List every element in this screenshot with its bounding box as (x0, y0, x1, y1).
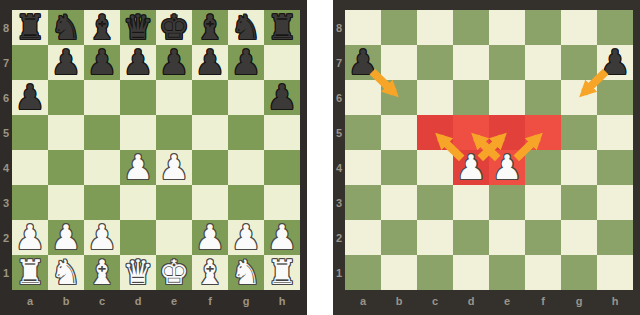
white-bishop[interactable]: ♝ (87, 255, 117, 291)
square-a7[interactable]: ♟ (345, 45, 381, 80)
square-f5[interactable] (525, 115, 561, 150)
square-f8[interactable] (525, 10, 561, 45)
square-a3[interactable] (12, 185, 48, 220)
file-label-f: f (541, 295, 545, 307)
square-e4[interactable]: ♟ (156, 150, 192, 185)
square-h3[interactable] (597, 185, 633, 220)
square-d7[interactable] (453, 45, 489, 80)
square-e3[interactable] (156, 185, 192, 220)
square-b8[interactable] (381, 10, 417, 45)
square-g7[interactable] (561, 45, 597, 80)
white-pawn[interactable]: ♟ (159, 150, 189, 186)
square-h4[interactable] (264, 150, 300, 185)
square-b8[interactable]: ♞ (48, 10, 84, 45)
white-pawn[interactable]: ♟ (51, 220, 81, 256)
square-e5[interactable] (489, 115, 525, 150)
square-a8[interactable]: ♜ (12, 10, 48, 45)
white-rook[interactable]: ♜ (267, 255, 297, 291)
square-b2[interactable]: ♟ (48, 220, 84, 255)
square-f4[interactable] (192, 150, 228, 185)
square-c3[interactable] (84, 185, 120, 220)
square-d7[interactable]: ♟ (120, 45, 156, 80)
square-e6[interactable] (489, 80, 525, 115)
rank-label-2: 2 (3, 232, 9, 244)
square-f4[interactable] (525, 150, 561, 185)
square-b7[interactable]: ♟ (48, 45, 84, 80)
square-c2[interactable]: ♟ (84, 220, 120, 255)
square-b1[interactable] (381, 255, 417, 290)
square-h8[interactable]: ♜ (264, 10, 300, 45)
square-g3[interactable] (228, 185, 264, 220)
black-queen[interactable]: ♛ (123, 10, 153, 46)
square-e1[interactable]: ♚ (156, 255, 192, 290)
rank-label-4: 4 (336, 162, 342, 174)
black-pawn[interactable]: ♟ (87, 45, 117, 81)
black-rook[interactable]: ♜ (267, 10, 297, 46)
white-rook[interactable]: ♜ (15, 255, 45, 291)
square-e8[interactable] (489, 10, 525, 45)
square-e2[interactable] (156, 220, 192, 255)
right-chess-board: ♟♟♟♟ 87654321abcdefgh (333, 0, 640, 315)
square-e6[interactable] (156, 80, 192, 115)
square-f8[interactable]: ♝ (192, 10, 228, 45)
white-queen[interactable]: ♛ (123, 255, 153, 291)
square-f7[interactable] (525, 45, 561, 80)
square-h3[interactable] (264, 185, 300, 220)
file-label-b: b (396, 295, 403, 307)
square-b5[interactable] (381, 115, 417, 150)
square-f6[interactable] (192, 80, 228, 115)
white-pawn[interactable]: ♟ (231, 220, 261, 256)
black-pawn[interactable]: ♟ (15, 80, 45, 116)
file-label-d: d (135, 295, 142, 307)
square-c4[interactable] (84, 150, 120, 185)
rank-label-8: 8 (336, 22, 342, 34)
file-label-g: g (243, 295, 250, 307)
square-a6[interactable]: ♟ (12, 80, 48, 115)
square-e4[interactable]: ♟ (489, 150, 525, 185)
square-h2[interactable] (597, 220, 633, 255)
square-h1[interactable]: ♜ (264, 255, 300, 290)
square-c8[interactable]: ♝ (84, 10, 120, 45)
square-f3[interactable] (525, 185, 561, 220)
square-a5[interactable] (12, 115, 48, 150)
black-bishop[interactable]: ♝ (195, 10, 225, 46)
square-h8[interactable] (597, 10, 633, 45)
file-label-f: f (208, 295, 212, 307)
square-a4[interactable] (12, 150, 48, 185)
square-h6[interactable]: ♟ (264, 80, 300, 115)
square-g3[interactable] (561, 185, 597, 220)
square-d1[interactable]: ♛ (120, 255, 156, 290)
square-f7[interactable]: ♟ (192, 45, 228, 80)
file-label-a: a (360, 295, 366, 307)
square-e8[interactable]: ♚ (156, 10, 192, 45)
rank-label-4: 4 (3, 162, 9, 174)
square-g6[interactable] (561, 80, 597, 115)
file-label-a: a (27, 295, 33, 307)
black-king[interactable]: ♚ (159, 10, 189, 46)
square-f1[interactable] (525, 255, 561, 290)
square-d4[interactable]: ♟ (453, 150, 489, 185)
square-g6[interactable] (228, 80, 264, 115)
square-g7[interactable]: ♟ (228, 45, 264, 80)
square-d8[interactable]: ♛ (120, 10, 156, 45)
square-c6[interactable] (417, 80, 453, 115)
file-label-d: d (468, 295, 475, 307)
square-e1[interactable] (489, 255, 525, 290)
white-pawn[interactable]: ♟ (195, 220, 225, 256)
rank-label-5: 5 (336, 127, 342, 139)
rank-label-3: 3 (336, 197, 342, 209)
square-d6[interactable] (453, 80, 489, 115)
rank-label-5: 5 (3, 127, 9, 139)
square-d1[interactable] (453, 255, 489, 290)
white-pawn[interactable]: ♟ (456, 150, 486, 186)
square-e7[interactable]: ♟ (156, 45, 192, 80)
white-pawn[interactable]: ♟ (267, 220, 297, 256)
square-c7[interactable] (417, 45, 453, 80)
square-b5[interactable] (48, 115, 84, 150)
square-b7[interactable] (381, 45, 417, 80)
rank-label-7: 7 (336, 57, 342, 69)
square-a2[interactable] (345, 220, 381, 255)
file-label-h: h (612, 295, 619, 307)
square-b6[interactable] (48, 80, 84, 115)
white-king[interactable]: ♚ (159, 255, 189, 291)
square-g8[interactable] (561, 10, 597, 45)
square-c3[interactable] (417, 185, 453, 220)
square-h2[interactable]: ♟ (264, 220, 300, 255)
square-g5[interactable] (228, 115, 264, 150)
white-pawn[interactable]: ♟ (492, 150, 522, 186)
square-g4[interactable] (228, 150, 264, 185)
square-b6[interactable] (381, 80, 417, 115)
square-a1[interactable]: ♜ (12, 255, 48, 290)
black-knight[interactable]: ♞ (51, 10, 81, 46)
square-f1[interactable]: ♝ (192, 255, 228, 290)
square-c5[interactable] (417, 115, 453, 150)
square-h1[interactable] (597, 255, 633, 290)
square-d3[interactable] (453, 185, 489, 220)
square-d2[interactable] (453, 220, 489, 255)
square-b3[interactable] (48, 185, 84, 220)
black-pawn[interactable]: ♟ (123, 45, 153, 81)
square-b2[interactable] (381, 220, 417, 255)
file-label-c: c (99, 295, 105, 307)
white-pawn[interactable]: ♟ (123, 150, 153, 186)
square-d5[interactable] (120, 115, 156, 150)
white-pawn[interactable]: ♟ (15, 220, 45, 256)
file-label-h: h (279, 295, 286, 307)
square-b3[interactable] (381, 185, 417, 220)
square-c1[interactable]: ♝ (84, 255, 120, 290)
white-pawn[interactable]: ♟ (87, 220, 117, 256)
square-h4[interactable] (597, 150, 633, 185)
square-h5[interactable] (597, 115, 633, 150)
square-c8[interactable] (417, 10, 453, 45)
right-board-squares: ♟♟♟♟ (345, 10, 633, 290)
black-pawn[interactable]: ♟ (51, 45, 81, 81)
file-label-b: b (63, 295, 70, 307)
square-h5[interactable] (264, 115, 300, 150)
black-bishop[interactable]: ♝ (87, 10, 117, 46)
black-pawn[interactable]: ♟ (600, 45, 630, 81)
square-c2[interactable] (417, 220, 453, 255)
white-knight[interactable]: ♞ (51, 255, 81, 291)
square-e3[interactable] (489, 185, 525, 220)
square-d5[interactable] (453, 115, 489, 150)
black-pawn[interactable]: ♟ (267, 80, 297, 116)
square-g8[interactable]: ♞ (228, 10, 264, 45)
square-g5[interactable] (561, 115, 597, 150)
square-a3[interactable] (345, 185, 381, 220)
square-f3[interactable] (192, 185, 228, 220)
square-h7[interactable]: ♟ (597, 45, 633, 80)
square-a5[interactable] (345, 115, 381, 150)
black-pawn[interactable]: ♟ (159, 45, 189, 81)
square-g2[interactable]: ♟ (228, 220, 264, 255)
rank-label-3: 3 (3, 197, 9, 209)
file-label-e: e (504, 295, 510, 307)
square-d3[interactable] (120, 185, 156, 220)
rank-label-7: 7 (3, 57, 9, 69)
rank-label-8: 8 (3, 22, 9, 34)
left-board-squares: ♜♞♝♛♚♝♞♜♟♟♟♟♟♟♟♟♟♟♟♟♟♟♟♟♜♞♝♛♚♝♞♜ (12, 10, 300, 290)
square-g1[interactable] (561, 255, 597, 290)
square-e5[interactable] (156, 115, 192, 150)
square-d4[interactable]: ♟ (120, 150, 156, 185)
square-f6[interactable] (525, 80, 561, 115)
square-c6[interactable] (84, 80, 120, 115)
square-a1[interactable] (345, 255, 381, 290)
file-label-c: c (432, 295, 438, 307)
square-c5[interactable] (84, 115, 120, 150)
rank-label-6: 6 (336, 92, 342, 104)
black-pawn[interactable]: ♟ (231, 45, 261, 81)
square-g4[interactable] (561, 150, 597, 185)
square-d6[interactable] (120, 80, 156, 115)
rank-label-6: 6 (3, 92, 9, 104)
square-a4[interactable] (345, 150, 381, 185)
white-knight[interactable]: ♞ (231, 255, 261, 291)
square-h7[interactable] (264, 45, 300, 80)
rank-label-2: 2 (336, 232, 342, 244)
rank-label-1: 1 (336, 267, 342, 279)
black-rook[interactable]: ♜ (15, 10, 45, 46)
square-f5[interactable] (192, 115, 228, 150)
file-label-g: g (576, 295, 583, 307)
square-e2[interactable] (489, 220, 525, 255)
square-f2[interactable]: ♟ (192, 220, 228, 255)
black-knight[interactable]: ♞ (231, 10, 261, 46)
square-c7[interactable]: ♟ (84, 45, 120, 80)
white-bishop[interactable]: ♝ (195, 255, 225, 291)
square-g2[interactable] (561, 220, 597, 255)
chess-diagram-figure: ♜♞♝♛♚♝♞♜♟♟♟♟♟♟♟♟♟♟♟♟♟♟♟♟♜♞♝♛♚♝♞♜ 8765432… (0, 0, 640, 315)
square-b4[interactable] (48, 150, 84, 185)
square-c1[interactable] (417, 255, 453, 290)
square-g1[interactable]: ♞ (228, 255, 264, 290)
square-a7[interactable] (12, 45, 48, 80)
file-label-e: e (171, 295, 177, 307)
square-h6[interactable] (597, 80, 633, 115)
left-chess-board: ♜♞♝♛♚♝♞♜♟♟♟♟♟♟♟♟♟♟♟♟♟♟♟♟♜♞♝♛♚♝♞♜ 8765432… (0, 0, 307, 315)
square-b4[interactable] (381, 150, 417, 185)
black-pawn[interactable]: ♟ (195, 45, 225, 81)
square-a2[interactable]: ♟ (12, 220, 48, 255)
square-f2[interactable] (525, 220, 561, 255)
square-e7[interactable] (489, 45, 525, 80)
square-a8[interactable] (345, 10, 381, 45)
square-a6[interactable] (345, 80, 381, 115)
square-b1[interactable]: ♞ (48, 255, 84, 290)
square-d2[interactable] (120, 220, 156, 255)
square-c4[interactable] (417, 150, 453, 185)
black-pawn[interactable]: ♟ (348, 45, 378, 81)
rank-label-1: 1 (3, 267, 9, 279)
square-d8[interactable] (453, 10, 489, 45)
